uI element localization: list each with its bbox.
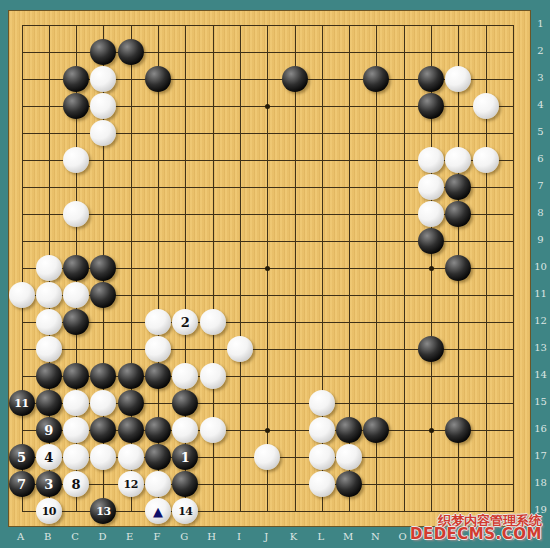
move-number-label: 9 bbox=[44, 424, 53, 437]
white-stone-M17[interactable] bbox=[336, 444, 362, 470]
row-label-15: 15 bbox=[532, 397, 549, 407]
black-stone-N3[interactable] bbox=[363, 66, 389, 92]
move-number-label: 10 bbox=[42, 506, 56, 517]
move-number-label: 4 bbox=[44, 451, 53, 464]
black-stone-Q7[interactable] bbox=[445, 174, 471, 200]
white-stone-Q3[interactable] bbox=[445, 66, 471, 92]
white-stone-D5[interactable] bbox=[90, 120, 116, 146]
black-stone-D14[interactable] bbox=[90, 363, 116, 389]
black-stone-E2[interactable] bbox=[118, 39, 144, 65]
star-point bbox=[265, 428, 270, 433]
black-stone-C4[interactable] bbox=[63, 93, 89, 119]
watermark: 织梦内容管理系统 DEDECMS.COM bbox=[410, 514, 542, 543]
black-stone-E15[interactable] bbox=[118, 390, 144, 416]
row-label-3: 3 bbox=[532, 73, 549, 83]
white-stone-E17[interactable] bbox=[118, 444, 144, 470]
white-stone-D15[interactable] bbox=[90, 390, 116, 416]
row-label-2: 2 bbox=[532, 46, 549, 56]
white-stone-C6[interactable] bbox=[63, 147, 89, 173]
white-stone-P8[interactable] bbox=[418, 201, 444, 227]
white-stone-H14[interactable] bbox=[200, 363, 226, 389]
black-stone-D2[interactable] bbox=[90, 39, 116, 65]
move-number-label: 1 bbox=[181, 451, 190, 464]
white-stone-L15[interactable] bbox=[309, 390, 335, 416]
black-stone-F17[interactable] bbox=[145, 444, 171, 470]
star-point bbox=[429, 266, 434, 271]
white-stone-B13[interactable] bbox=[36, 336, 62, 362]
white-stone-B11[interactable] bbox=[36, 282, 62, 308]
black-stone-E16[interactable] bbox=[118, 417, 144, 443]
grid-line-vertical bbox=[404, 25, 405, 512]
black-stone-P9[interactable] bbox=[418, 228, 444, 254]
white-stone-Q6[interactable] bbox=[445, 147, 471, 173]
white-stone-C18[interactable]: 8 bbox=[63, 471, 89, 497]
move-number-label: 14 bbox=[178, 506, 192, 517]
black-stone-B14[interactable] bbox=[36, 363, 62, 389]
black-stone-C12[interactable] bbox=[63, 309, 89, 335]
black-stone-B16[interactable]: 9 bbox=[36, 417, 62, 443]
column-label-D: D bbox=[94, 532, 110, 542]
white-stone-A11[interactable] bbox=[9, 282, 35, 308]
column-label-J: J bbox=[258, 532, 274, 542]
white-stone-D4[interactable] bbox=[90, 93, 116, 119]
black-stone-G17[interactable]: 1 bbox=[172, 444, 198, 470]
row-label-16: 16 bbox=[532, 424, 549, 434]
black-stone-B18[interactable]: 3 bbox=[36, 471, 62, 497]
white-stone-D3[interactable] bbox=[90, 66, 116, 92]
white-stone-J17[interactable] bbox=[254, 444, 280, 470]
black-stone-A18[interactable]: 7 bbox=[9, 471, 35, 497]
column-label-G: G bbox=[176, 532, 192, 542]
go-board[interactable]: 2119541738121013▲14 bbox=[8, 10, 531, 527]
black-stone-D11[interactable] bbox=[90, 282, 116, 308]
white-stone-L17[interactable] bbox=[309, 444, 335, 470]
grid-line-horizontal bbox=[22, 484, 514, 485]
column-label-O: O bbox=[395, 532, 411, 542]
black-stone-K3[interactable] bbox=[282, 66, 308, 92]
black-stone-G18[interactable] bbox=[172, 471, 198, 497]
black-stone-M18[interactable] bbox=[336, 471, 362, 497]
black-stone-F3[interactable] bbox=[145, 66, 171, 92]
row-label-7: 7 bbox=[532, 181, 549, 191]
black-stone-D10[interactable] bbox=[90, 255, 116, 281]
move-number-label: 12 bbox=[124, 479, 138, 490]
white-stone-G16[interactable] bbox=[172, 417, 198, 443]
column-label-K: K bbox=[286, 532, 302, 542]
column-label-E: E bbox=[122, 532, 138, 542]
white-stone-C11[interactable] bbox=[63, 282, 89, 308]
white-stone-L16[interactable] bbox=[309, 417, 335, 443]
white-stone-B12[interactable] bbox=[36, 309, 62, 335]
column-label-I: I bbox=[231, 532, 247, 542]
black-stone-Q16[interactable] bbox=[445, 417, 471, 443]
row-label-1: 1 bbox=[532, 19, 549, 29]
grid-line-vertical bbox=[295, 25, 296, 512]
black-stone-D19[interactable]: 13 bbox=[90, 498, 116, 524]
black-stone-E14[interactable] bbox=[118, 363, 144, 389]
black-stone-G15[interactable] bbox=[172, 390, 198, 416]
move-number-label: 13 bbox=[96, 506, 110, 517]
white-stone-F12[interactable] bbox=[145, 309, 171, 335]
move-number-label: 8 bbox=[72, 478, 81, 491]
white-stone-C8[interactable] bbox=[63, 201, 89, 227]
move-number-label: 7 bbox=[17, 478, 26, 491]
white-stone-C17[interactable] bbox=[63, 444, 89, 470]
black-stone-P13[interactable] bbox=[418, 336, 444, 362]
black-stone-A15[interactable]: 11 bbox=[9, 390, 35, 416]
white-stone-E18[interactable]: 12 bbox=[118, 471, 144, 497]
white-stone-R6[interactable] bbox=[473, 147, 499, 173]
move-number-label: 3 bbox=[44, 478, 53, 491]
black-stone-D16[interactable] bbox=[90, 417, 116, 443]
white-stone-B10[interactable] bbox=[36, 255, 62, 281]
white-stone-F13[interactable] bbox=[145, 336, 171, 362]
black-stone-F16[interactable] bbox=[145, 417, 171, 443]
black-stone-A17[interactable]: 5 bbox=[9, 444, 35, 470]
black-stone-P3[interactable] bbox=[418, 66, 444, 92]
row-label-17: 17 bbox=[532, 451, 549, 461]
go-diagram-screen: 2119541738121013▲14 ABCDEFGHIJKLMNOPQRS … bbox=[0, 0, 550, 548]
black-stone-P4[interactable] bbox=[418, 93, 444, 119]
column-label-A: A bbox=[13, 532, 29, 542]
row-label-8: 8 bbox=[532, 208, 549, 218]
white-stone-C15[interactable] bbox=[63, 390, 89, 416]
row-label-11: 11 bbox=[532, 289, 549, 299]
grid-line-vertical bbox=[513, 25, 514, 512]
watermark-line2: DEDECMS.COM bbox=[410, 527, 542, 543]
column-label-B: B bbox=[40, 532, 56, 542]
row-label-5: 5 bbox=[532, 127, 549, 137]
row-label-9: 9 bbox=[532, 235, 549, 245]
move-number-label: 5 bbox=[17, 451, 26, 464]
row-label-6: 6 bbox=[532, 154, 549, 164]
move-number-label: 2 bbox=[181, 316, 190, 329]
white-stone-C16[interactable] bbox=[63, 417, 89, 443]
white-stone-G12[interactable]: 2 bbox=[172, 309, 198, 335]
move-number-label: 11 bbox=[14, 398, 28, 409]
black-stone-M16[interactable] bbox=[336, 417, 362, 443]
black-stone-Q8[interactable] bbox=[445, 201, 471, 227]
white-stone-I13[interactable] bbox=[227, 336, 253, 362]
white-stone-G14[interactable] bbox=[172, 363, 198, 389]
column-label-C: C bbox=[67, 532, 83, 542]
star-point bbox=[265, 104, 270, 109]
row-label-10: 10 bbox=[532, 262, 549, 272]
row-label-13: 13 bbox=[532, 343, 549, 353]
column-label-N: N bbox=[367, 532, 383, 542]
white-stone-F18[interactable] bbox=[145, 471, 171, 497]
white-stone-H12[interactable] bbox=[200, 309, 226, 335]
black-stone-F14[interactable] bbox=[145, 363, 171, 389]
row-label-4: 4 bbox=[532, 100, 549, 110]
row-label-12: 12 bbox=[532, 316, 549, 326]
column-label-M: M bbox=[340, 532, 356, 542]
white-stone-G19[interactable]: 14 bbox=[172, 498, 198, 524]
star-point bbox=[429, 428, 434, 433]
black-stone-C10[interactable] bbox=[63, 255, 89, 281]
black-stone-B15[interactable] bbox=[36, 390, 62, 416]
white-stone-D17[interactable] bbox=[90, 444, 116, 470]
black-stone-C3[interactable] bbox=[63, 66, 89, 92]
white-stone-F19[interactable]: ▲ bbox=[145, 498, 171, 524]
white-stone-B19[interactable]: 10 bbox=[36, 498, 62, 524]
row-label-14: 14 bbox=[532, 370, 549, 380]
white-stone-H16[interactable] bbox=[200, 417, 226, 443]
column-label-F: F bbox=[149, 532, 165, 542]
white-stone-B17[interactable]: 4 bbox=[36, 444, 62, 470]
black-stone-N16[interactable] bbox=[363, 417, 389, 443]
triangle-marker-icon: ▲ bbox=[153, 505, 163, 518]
column-label-L: L bbox=[313, 532, 329, 542]
black-stone-C14[interactable] bbox=[63, 363, 89, 389]
black-stone-Q10[interactable] bbox=[445, 255, 471, 281]
white-stone-P6[interactable] bbox=[418, 147, 444, 173]
column-label-H: H bbox=[204, 532, 220, 542]
white-stone-R4[interactable] bbox=[473, 93, 499, 119]
grid-line-horizontal bbox=[22, 322, 514, 323]
white-stone-L18[interactable] bbox=[309, 471, 335, 497]
white-stone-P7[interactable] bbox=[418, 174, 444, 200]
row-label-18: 18 bbox=[532, 478, 549, 488]
star-point bbox=[265, 266, 270, 271]
